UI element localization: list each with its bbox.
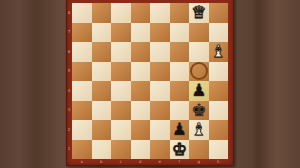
square-d5[interactable]	[131, 62, 151, 82]
board-frame: ♛♝♟♚♟♝♚ 87654321abcdefgh	[66, 0, 234, 166]
square-e1[interactable]	[150, 140, 170, 160]
square-d4[interactable]	[131, 81, 151, 101]
rank-label-2: 2	[68, 128, 71, 132]
black-king[interactable]: ♚	[191, 102, 206, 119]
square-d6[interactable]	[131, 42, 151, 62]
black-pawn[interactable]: ♟	[172, 121, 187, 138]
white-bishop[interactable]: ♝	[211, 43, 226, 60]
square-e5[interactable]	[150, 62, 170, 82]
square-g6[interactable]	[189, 42, 209, 62]
square-e6[interactable]	[150, 42, 170, 62]
square-b8[interactable]	[92, 3, 112, 23]
square-c1[interactable]	[111, 140, 131, 160]
square-d1[interactable]	[131, 140, 151, 160]
square-h7[interactable]	[209, 23, 229, 43]
square-h5[interactable]	[209, 62, 229, 82]
square-e3[interactable]	[150, 101, 170, 121]
file-label-f: f	[179, 160, 180, 164]
square-a6[interactable]	[72, 42, 92, 62]
square-e8[interactable]	[150, 3, 170, 23]
square-c6[interactable]	[111, 42, 131, 62]
square-f6[interactable]	[170, 42, 190, 62]
rank-label-6: 6	[68, 50, 71, 54]
square-b7[interactable]	[92, 23, 112, 43]
square-c8[interactable]	[111, 3, 131, 23]
square-h2[interactable]	[209, 120, 229, 140]
square-d3[interactable]	[131, 101, 151, 121]
square-d7[interactable]	[131, 23, 151, 43]
square-h6[interactable]: ♝	[209, 42, 229, 62]
file-label-c: c	[120, 160, 122, 164]
square-b2[interactable]	[92, 120, 112, 140]
square-b3[interactable]	[92, 101, 112, 121]
square-g5[interactable]	[189, 62, 209, 82]
square-h4[interactable]	[209, 81, 229, 101]
target-circle-annotation	[190, 62, 208, 80]
file-label-a: a	[81, 160, 83, 164]
rank-label-3: 3	[68, 108, 71, 112]
square-g8[interactable]: ♛	[189, 3, 209, 23]
square-a7[interactable]	[72, 23, 92, 43]
rank-label-5: 5	[68, 69, 71, 73]
square-h3[interactable]	[209, 101, 229, 121]
square-g4[interactable]: ♟	[189, 81, 209, 101]
square-g2[interactable]: ♝	[189, 120, 209, 140]
square-c3[interactable]	[111, 101, 131, 121]
rank-label-7: 7	[68, 30, 71, 34]
square-a3[interactable]	[72, 101, 92, 121]
square-a1[interactable]	[72, 140, 92, 160]
square-f5[interactable]	[170, 62, 190, 82]
square-f8[interactable]	[170, 3, 190, 23]
square-f7[interactable]	[170, 23, 190, 43]
square-c4[interactable]	[111, 81, 131, 101]
file-label-b: b	[100, 160, 103, 164]
rank-label-1: 1	[68, 147, 71, 151]
square-g7[interactable]	[189, 23, 209, 43]
square-b5[interactable]	[92, 62, 112, 82]
chess-board: ♛♝♟♚♟♝♚	[72, 3, 228, 159]
square-g1[interactable]	[189, 140, 209, 160]
rank-label-4: 4	[68, 89, 71, 93]
square-a8[interactable]	[72, 3, 92, 23]
square-f2[interactable]: ♟	[170, 120, 190, 140]
square-c2[interactable]	[111, 120, 131, 140]
square-d2[interactable]	[131, 120, 151, 140]
square-c7[interactable]	[111, 23, 131, 43]
white-king[interactable]: ♚	[172, 141, 187, 158]
square-f3[interactable]	[170, 101, 190, 121]
white-bishop[interactable]: ♝	[191, 121, 206, 138]
square-a4[interactable]	[72, 81, 92, 101]
file-label-h: h	[217, 160, 220, 164]
black-pawn[interactable]: ♟	[191, 82, 206, 99]
file-label-e: e	[159, 160, 161, 164]
square-d8[interactable]	[131, 3, 151, 23]
square-h8[interactable]	[209, 3, 229, 23]
square-b6[interactable]	[92, 42, 112, 62]
file-label-d: d	[139, 160, 142, 164]
square-b1[interactable]	[92, 140, 112, 160]
square-f1[interactable]: ♚	[170, 140, 190, 160]
square-g3[interactable]: ♚	[189, 101, 209, 121]
rank-label-8: 8	[68, 11, 71, 15]
square-e7[interactable]	[150, 23, 170, 43]
square-b4[interactable]	[92, 81, 112, 101]
background: ♛♝♟♚♟♝♚ 87654321abcdefgh	[0, 0, 300, 168]
square-a5[interactable]	[72, 62, 92, 82]
square-h1[interactable]	[209, 140, 229, 160]
square-e4[interactable]	[150, 81, 170, 101]
square-f4[interactable]	[170, 81, 190, 101]
file-label-g: g	[197, 160, 200, 164]
white-queen[interactable]: ♛	[191, 4, 206, 21]
square-c5[interactable]	[111, 62, 131, 82]
square-e2[interactable]	[150, 120, 170, 140]
square-a2[interactable]	[72, 120, 92, 140]
